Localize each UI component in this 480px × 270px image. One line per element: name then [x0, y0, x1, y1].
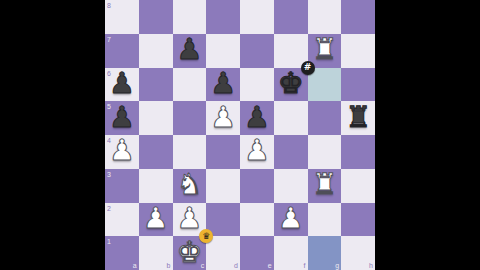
rank-label-2: 2: [107, 205, 111, 212]
file-label-g: g: [335, 262, 339, 269]
square-d8[interactable]: [206, 0, 240, 34]
square-e4[interactable]: ♟: [240, 135, 274, 169]
piece-black-rook: ♜: [345, 103, 371, 132]
square-c8[interactable]: [173, 0, 207, 34]
piece-white-pawn: ♟: [210, 103, 236, 132]
piece-white-pawn: ♟: [244, 136, 270, 165]
file-label-d: d: [234, 262, 238, 269]
square-c3[interactable]: ♞: [173, 169, 207, 203]
square-f1[interactable]: f: [274, 236, 308, 270]
square-b8[interactable]: [139, 0, 173, 34]
square-f8[interactable]: [274, 0, 308, 34]
rank-label-1: 1: [107, 238, 111, 245]
square-e6[interactable]: [240, 68, 274, 102]
piece-white-pawn: ♟: [143, 204, 169, 233]
rank-label-7: 7: [107, 36, 111, 43]
square-b3[interactable]: [139, 169, 173, 203]
piece-white-pawn: ♟: [278, 204, 304, 233]
square-a5[interactable]: 5♟: [105, 101, 139, 135]
square-a4[interactable]: 4♟: [105, 135, 139, 169]
chess-board: 87♟♜6♟♟♚5♟♟♟♜4♟♟3♞♜2♟♟♟1abc♚defgh#♛: [105, 0, 375, 270]
square-h7[interactable]: [341, 34, 375, 68]
square-b1[interactable]: b: [139, 236, 173, 270]
square-h6[interactable]: [341, 68, 375, 102]
square-a6[interactable]: 6♟: [105, 68, 139, 102]
file-label-b: b: [167, 262, 171, 269]
piece-black-pawn: ♟: [244, 103, 270, 132]
square-f2[interactable]: ♟: [274, 203, 308, 237]
square-h2[interactable]: [341, 203, 375, 237]
app-background: 87♟♜6♟♟♚5♟♟♟♜4♟♟3♞♜2♟♟♟1abc♚defgh#♛: [0, 0, 480, 270]
square-d3[interactable]: [206, 169, 240, 203]
checkmate-badge: #: [301, 61, 315, 75]
square-g3[interactable]: ♜: [308, 169, 342, 203]
square-g5[interactable]: [308, 101, 342, 135]
square-h5[interactable]: ♜: [341, 101, 375, 135]
square-c7[interactable]: ♟: [173, 34, 207, 68]
square-c4[interactable]: [173, 135, 207, 169]
square-a2[interactable]: 2: [105, 203, 139, 237]
piece-white-knight: ♞: [176, 170, 202, 199]
piece-white-pawn: ♟: [109, 136, 135, 165]
square-b2[interactable]: ♟: [139, 203, 173, 237]
square-f5[interactable]: [274, 101, 308, 135]
square-d1[interactable]: d: [206, 236, 240, 270]
square-g4[interactable]: [308, 135, 342, 169]
square-d6[interactable]: ♟: [206, 68, 240, 102]
square-g8[interactable]: [308, 0, 342, 34]
file-label-f: f: [304, 262, 306, 269]
file-label-a: a: [133, 262, 137, 269]
piece-black-pawn: ♟: [176, 35, 202, 64]
piece-black-king: ♚: [278, 69, 304, 98]
square-h1[interactable]: h: [341, 236, 375, 270]
piece-white-rook: ♜: [311, 35, 337, 64]
square-a7[interactable]: 7: [105, 34, 139, 68]
square-h4[interactable]: [341, 135, 375, 169]
square-a1[interactable]: 1a: [105, 236, 139, 270]
square-c6[interactable]: [173, 68, 207, 102]
square-d7[interactable]: [206, 34, 240, 68]
square-e7[interactable]: [240, 34, 274, 68]
square-b4[interactable]: [139, 135, 173, 169]
square-f3[interactable]: [274, 169, 308, 203]
square-e3[interactable]: [240, 169, 274, 203]
file-label-e: e: [268, 262, 272, 269]
file-label-h: h: [369, 262, 373, 269]
square-f4[interactable]: [274, 135, 308, 169]
square-g2[interactable]: [308, 203, 342, 237]
square-b5[interactable]: [139, 101, 173, 135]
square-c5[interactable]: [173, 101, 207, 135]
square-b7[interactable]: [139, 34, 173, 68]
square-e2[interactable]: [240, 203, 274, 237]
rank-label-3: 3: [107, 171, 111, 178]
rank-label-8: 8: [107, 2, 111, 9]
square-d4[interactable]: [206, 135, 240, 169]
piece-white-rook: ♜: [311, 170, 337, 199]
piece-white-pawn: ♟: [176, 204, 202, 233]
square-e8[interactable]: [240, 0, 274, 34]
square-g1[interactable]: g: [308, 236, 342, 270]
piece-black-pawn: ♟: [210, 69, 236, 98]
square-h8[interactable]: [341, 0, 375, 34]
piece-black-pawn: ♟: [109, 69, 135, 98]
square-h3[interactable]: [341, 169, 375, 203]
square-a8[interactable]: 8: [105, 0, 139, 34]
square-a3[interactable]: 3: [105, 169, 139, 203]
piece-black-pawn: ♟: [109, 103, 135, 132]
square-e1[interactable]: e: [240, 236, 274, 270]
square-e5[interactable]: ♟: [240, 101, 274, 135]
piece-white-king: ♚: [176, 238, 202, 267]
square-d5[interactable]: ♟: [206, 101, 240, 135]
square-b6[interactable]: [139, 68, 173, 102]
